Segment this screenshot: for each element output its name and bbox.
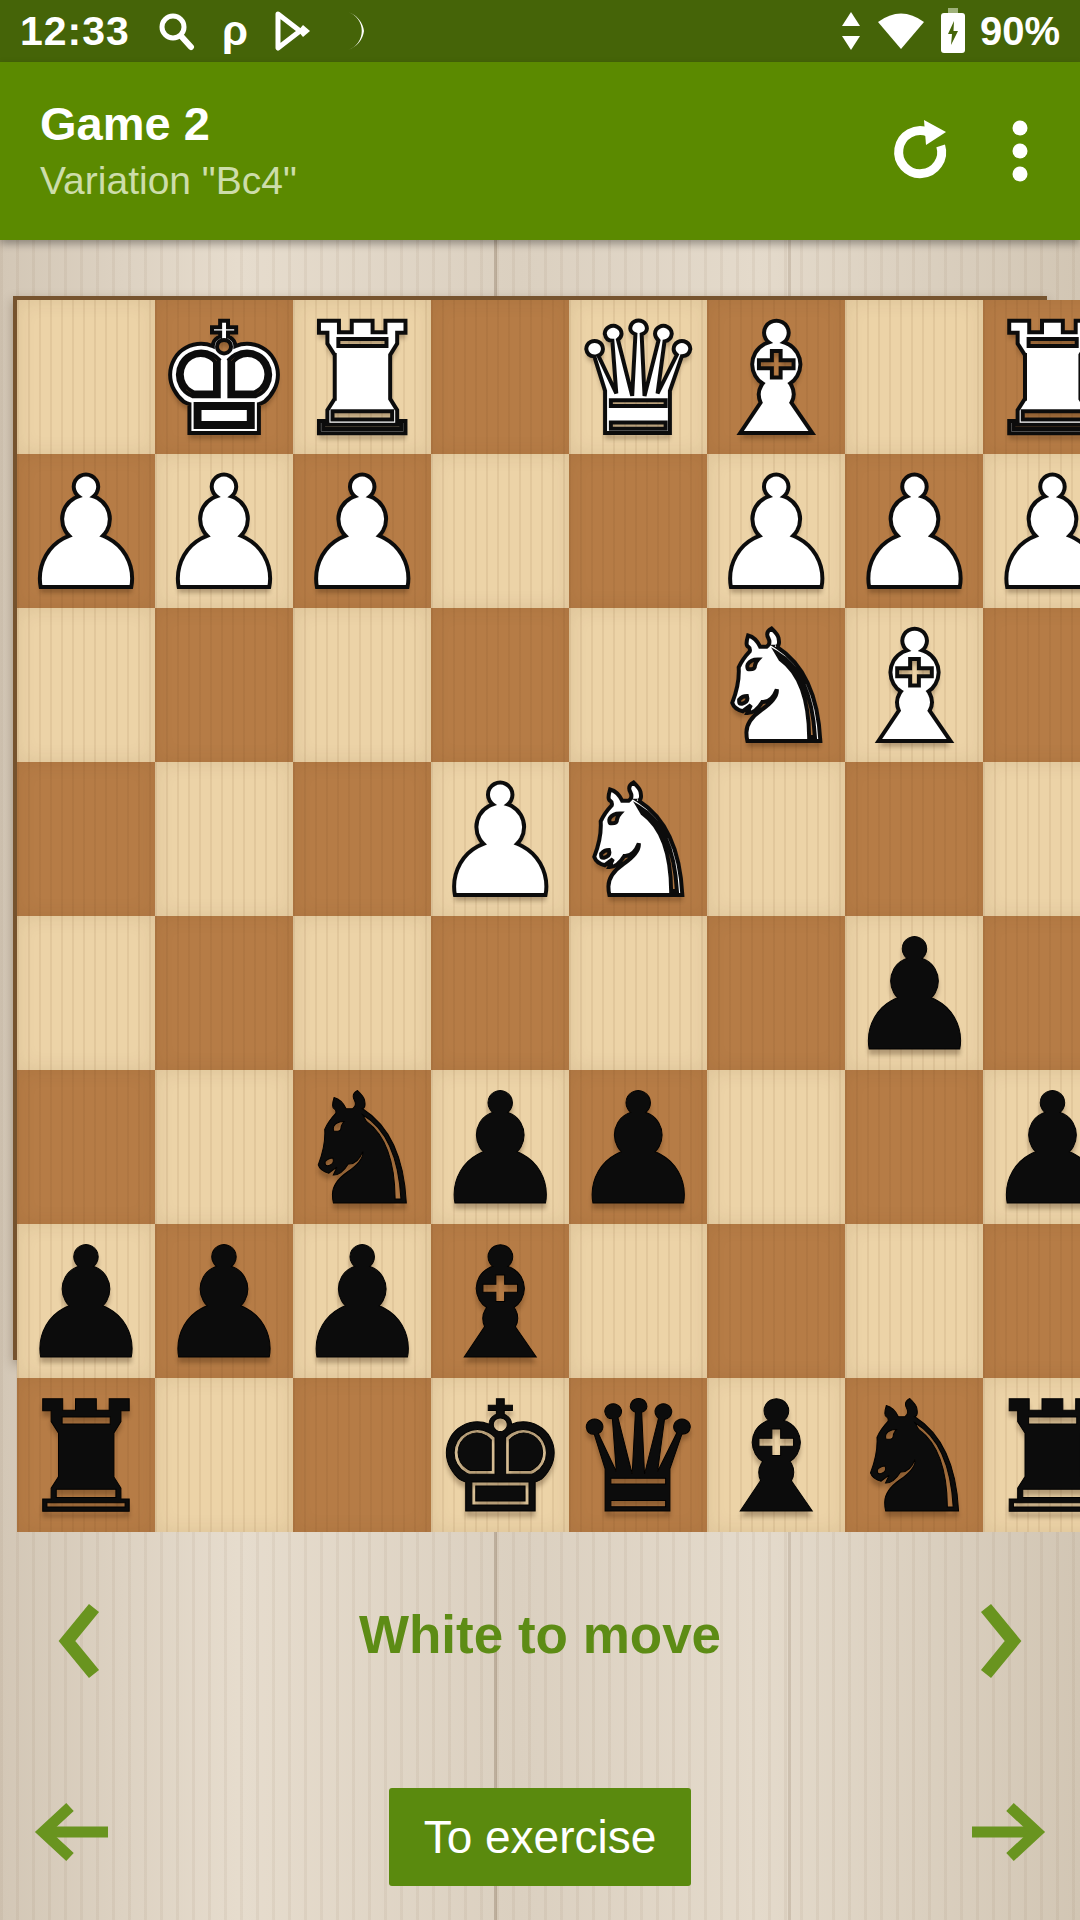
square-g1[interactable]: ♚ (155, 300, 293, 454)
white-knight[interactable]: ♞ (569, 765, 707, 919)
square-b8[interactable]: ♞ (845, 1378, 983, 1532)
black-pawn[interactable]: ♟ (17, 1227, 155, 1381)
p-app-icon: ρ (222, 10, 248, 52)
square-f8[interactable] (293, 1378, 431, 1532)
white-king[interactable]: ♚ (155, 303, 293, 457)
square-g3[interactable] (155, 608, 293, 762)
square-a4[interactable] (983, 762, 1080, 916)
square-c2[interactable]: ♟ (707, 454, 845, 608)
square-d3[interactable] (569, 608, 707, 762)
square-h2[interactable]: ♟ (17, 454, 155, 608)
black-rook[interactable]: ♜ (17, 1381, 155, 1535)
square-b7[interactable] (845, 1224, 983, 1378)
square-f5[interactable] (293, 916, 431, 1070)
square-e3[interactable] (431, 608, 569, 762)
chess-board[interactable]: ♚♜♛♝♜♟♟♟♟♟♟♞♝♟♞♟♞♟♟♟♟♟♟♝♜♚♛♝♞♜ (13, 296, 1047, 1360)
do-not-disturb-icon (342, 10, 376, 52)
square-a3[interactable] (983, 608, 1080, 762)
turn-indicator: White to move (0, 1604, 1080, 1665)
square-a7[interactable] (983, 1224, 1080, 1378)
white-knight[interactable]: ♞ (707, 611, 845, 765)
black-bishop[interactable]: ♝ (707, 1381, 845, 1535)
square-b3[interactable]: ♝ (845, 608, 983, 762)
square-e2[interactable] (431, 454, 569, 608)
square-d2[interactable] (569, 454, 707, 608)
black-pawn[interactable]: ♟ (983, 1073, 1080, 1227)
black-pawn[interactable]: ♟ (845, 919, 983, 1073)
to-exercise-button[interactable]: To exercise (389, 1788, 691, 1886)
search-icon (156, 11, 196, 51)
square-f4[interactable] (293, 762, 431, 916)
square-e5[interactable] (431, 916, 569, 1070)
square-h5[interactable] (17, 916, 155, 1070)
white-queen[interactable]: ♛ (569, 303, 707, 457)
square-a6[interactable]: ♟ (983, 1070, 1080, 1224)
white-pawn[interactable]: ♟ (845, 457, 983, 611)
square-h1[interactable] (17, 300, 155, 454)
page-subtitle: Variation "Bc4" (40, 156, 888, 206)
play-store-icon (274, 11, 316, 51)
square-b6[interactable] (845, 1070, 983, 1224)
square-e1[interactable] (431, 300, 569, 454)
square-g2[interactable]: ♟ (155, 454, 293, 608)
white-bishop[interactable]: ♝ (845, 611, 983, 765)
refresh-icon[interactable] (888, 118, 954, 184)
black-pawn[interactable]: ♟ (569, 1073, 707, 1227)
white-pawn[interactable]: ♟ (155, 457, 293, 611)
next-game-arrow-icon[interactable] (970, 1800, 1046, 1868)
move-indicator: White to move (0, 1598, 1080, 1682)
network-activity-icon (840, 10, 862, 52)
square-b1[interactable] (845, 300, 983, 454)
white-bishop[interactable]: ♝ (707, 303, 845, 457)
battery-percent: 90% (980, 9, 1060, 54)
square-b5[interactable]: ♟ (845, 916, 983, 1070)
square-c3[interactable]: ♞ (707, 608, 845, 762)
black-pawn[interactable]: ♟ (155, 1227, 293, 1381)
square-b2[interactable]: ♟ (845, 454, 983, 608)
square-e4[interactable]: ♟ (431, 762, 569, 916)
page-title: Game 2 (40, 96, 888, 152)
black-knight[interactable]: ♞ (293, 1073, 431, 1227)
white-pawn[interactable]: ♟ (983, 457, 1080, 611)
square-h4[interactable] (17, 762, 155, 916)
white-pawn[interactable]: ♟ (431, 765, 569, 919)
square-c7[interactable] (707, 1224, 845, 1378)
square-f3[interactable] (293, 608, 431, 762)
clock: 12:33 (20, 8, 130, 55)
square-h8[interactable]: ♜ (17, 1378, 155, 1532)
square-d6[interactable]: ♟ (569, 1070, 707, 1224)
square-f7[interactable]: ♟ (293, 1224, 431, 1378)
square-a5[interactable] (983, 916, 1080, 1070)
status-bar: 12:33 ρ 90% (0, 0, 1080, 62)
square-g4[interactable] (155, 762, 293, 916)
square-g8[interactable] (155, 1378, 293, 1532)
square-c5[interactable] (707, 916, 845, 1070)
white-pawn[interactable]: ♟ (17, 457, 155, 611)
square-d4[interactable]: ♞ (569, 762, 707, 916)
square-f2[interactable]: ♟ (293, 454, 431, 608)
black-king[interactable]: ♚ (431, 1381, 569, 1535)
square-g5[interactable] (155, 916, 293, 1070)
square-h6[interactable] (17, 1070, 155, 1224)
battery-icon (940, 8, 966, 54)
square-d8[interactable]: ♛ (569, 1378, 707, 1532)
square-e6[interactable]: ♟ (431, 1070, 569, 1224)
square-c4[interactable] (707, 762, 845, 916)
square-d7[interactable] (569, 1224, 707, 1378)
black-pawn[interactable]: ♟ (431, 1073, 569, 1227)
black-rook[interactable]: ♜ (983, 1381, 1080, 1535)
white-rook[interactable]: ♜ (293, 303, 431, 457)
overflow-menu-icon[interactable] (1012, 120, 1028, 182)
square-e7[interactable]: ♝ (431, 1224, 569, 1378)
next-move-chevron-icon[interactable] (978, 1602, 1024, 1684)
square-f6[interactable]: ♞ (293, 1070, 431, 1224)
square-g6[interactable] (155, 1070, 293, 1224)
app-screen: 12:33 ρ 90% Game 2 Variation "Bc4 (0, 0, 1080, 1920)
square-a1[interactable]: ♜ (983, 300, 1080, 454)
square-h3[interactable] (17, 608, 155, 762)
black-knight[interactable]: ♞ (845, 1381, 983, 1535)
app-bar: Game 2 Variation "Bc4" (0, 62, 1080, 240)
wifi-icon (876, 11, 926, 51)
black-bishop[interactable]: ♝ (431, 1227, 569, 1381)
white-rook[interactable]: ♜ (983, 303, 1080, 457)
square-h7[interactable]: ♟ (17, 1224, 155, 1378)
white-pawn[interactable]: ♟ (293, 457, 431, 611)
square-c1[interactable]: ♝ (707, 300, 845, 454)
square-f1[interactable]: ♜ (293, 300, 431, 454)
black-queen[interactable]: ♛ (569, 1381, 707, 1535)
square-d5[interactable] (569, 916, 707, 1070)
square-g7[interactable]: ♟ (155, 1224, 293, 1378)
square-c6[interactable] (707, 1070, 845, 1224)
square-a2[interactable]: ♟ (983, 454, 1080, 608)
square-c8[interactable]: ♝ (707, 1378, 845, 1532)
square-e8[interactable]: ♚ (431, 1378, 569, 1532)
black-pawn[interactable]: ♟ (293, 1227, 431, 1381)
square-a8[interactable]: ♜ (983, 1378, 1080, 1532)
square-b4[interactable] (845, 762, 983, 916)
previous-game-arrow-icon[interactable] (34, 1800, 110, 1868)
white-pawn[interactable]: ♟ (707, 457, 845, 611)
square-d1[interactable]: ♛ (569, 300, 707, 454)
